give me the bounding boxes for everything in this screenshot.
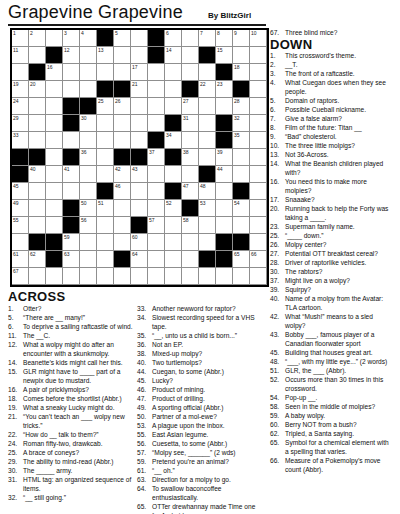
grid-cell-r10c7[interactable]: 46 bbox=[114, 183, 131, 200]
grid-cell-r5c4 bbox=[63, 98, 80, 115]
clue: 62.Tripled, a Santa saying. bbox=[270, 429, 394, 438]
grid-cell-r15c1[interactable]: 67 bbox=[12, 268, 29, 285]
grid-cell-r11c10[interactable]: 52 bbox=[165, 200, 182, 217]
grid-cell-r4c8[interactable]: 21 bbox=[131, 81, 148, 98]
clue-text: “____ down.” bbox=[285, 231, 394, 240]
grid-cell-r1c3[interactable] bbox=[46, 30, 63, 47]
clue-number: 5. bbox=[8, 313, 23, 322]
grid-cell-r15c3[interactable] bbox=[46, 268, 63, 285]
grid-cell-r15c11[interactable] bbox=[182, 268, 199, 285]
grid-cell-r4c12[interactable]: 22 bbox=[199, 81, 216, 98]
grid-cell-r4c7 bbox=[114, 81, 131, 98]
grid-cell-r14c4[interactable]: 63 bbox=[63, 251, 80, 268]
grid-cell-r1c8[interactable] bbox=[131, 30, 148, 47]
grid-cell-r7c14[interactable]: 35 bbox=[233, 132, 250, 149]
grid-cell-r8c11[interactable]: 38 bbox=[182, 149, 199, 166]
grid-cell-r14c3 bbox=[46, 251, 63, 268]
grid-cell-r3c3[interactable]: 16 bbox=[46, 64, 63, 81]
clue-text: Tripled, a Santa saying. bbox=[285, 429, 394, 438]
grid-cell-r3c1[interactable] bbox=[12, 64, 29, 81]
grid-cell-r4c10[interactable] bbox=[165, 81, 182, 98]
grid-cell-r14c2[interactable]: 62 bbox=[29, 251, 46, 268]
clue-number: 17. bbox=[270, 195, 285, 204]
clue-number: 10. bbox=[270, 141, 285, 150]
clue-text: Domain of raptors. bbox=[285, 96, 394, 105]
grid-cell-r10c2[interactable] bbox=[29, 183, 46, 200]
grid-cell-r10c3[interactable] bbox=[46, 183, 63, 200]
grid-cell-r5c8[interactable] bbox=[131, 98, 148, 115]
grid-cell-r7c1[interactable]: 33 bbox=[12, 132, 29, 149]
grid-cell-r5c3[interactable] bbox=[46, 98, 63, 115]
clue-text: Building that houses great art. bbox=[285, 348, 394, 357]
grid-cell-r7c3[interactable] bbox=[46, 132, 63, 149]
grid-cell-r2c11[interactable] bbox=[182, 47, 199, 64]
clue-text: Squirpy? bbox=[285, 285, 394, 294]
clue-number: 2. bbox=[270, 60, 285, 69]
clue: 33.Another newword for raptor? bbox=[137, 304, 262, 313]
clue: 20.Running back to help the Forty was ta… bbox=[270, 204, 394, 222]
clue-text: A brace of coneys? bbox=[23, 448, 136, 457]
clue: 27.Potential OTT breakfast cereal? bbox=[270, 249, 394, 258]
grid-cell-r13c1[interactable] bbox=[12, 234, 29, 251]
grid-cell-r7c7[interactable] bbox=[114, 132, 131, 149]
clue: 55.East Asian legume. bbox=[137, 430, 262, 439]
grid-cell-r1c5[interactable]: 4 bbox=[80, 30, 97, 47]
grid-cell-r5c1[interactable]: 24 bbox=[12, 98, 29, 115]
clue-text: A baby wolpy. bbox=[285, 411, 394, 420]
grid-cell-r9c10[interactable] bbox=[165, 166, 182, 183]
grid-cell-r12c11[interactable]: 58 bbox=[182, 217, 199, 234]
clue-number: 35. bbox=[137, 331, 152, 340]
cell-number: 52 bbox=[166, 200, 172, 206]
grid-cell-r2c1[interactable]: 11 bbox=[12, 47, 29, 64]
grid-cell-r9c7[interactable]: 42 bbox=[114, 166, 131, 183]
grid-cell-r3c11[interactable] bbox=[182, 64, 199, 81]
grid-cell-r11c12[interactable]: 53 bbox=[199, 200, 216, 217]
grid-cell-r5c6[interactable]: 25 bbox=[97, 98, 114, 115]
grid-cell-r5c7[interactable]: 26 bbox=[114, 98, 131, 115]
grid-cell-r10c11[interactable]: 47 bbox=[182, 183, 199, 200]
grid-cell-r7c5[interactable] bbox=[80, 132, 97, 149]
cell-number: 9 bbox=[234, 30, 237, 36]
grid-cell-r15c10[interactable] bbox=[165, 268, 182, 285]
clue-text: Beanette’s kids might call her this. bbox=[23, 358, 136, 367]
grid-cell-r7c6[interactable] bbox=[97, 132, 114, 149]
grid-cell-r12c3[interactable] bbox=[46, 217, 63, 234]
grid-cell-r15c13[interactable] bbox=[216, 268, 233, 285]
clue-number: 52. bbox=[270, 375, 285, 393]
clue: 4.What Cuegan does when they see people. bbox=[270, 78, 394, 96]
clue: 57.“Molpy see, ______” (2 wds) bbox=[137, 448, 262, 457]
grid-cell-r13c3 bbox=[46, 234, 63, 251]
grid-cell-r11c9[interactable] bbox=[148, 200, 165, 217]
clue-number: 14. bbox=[8, 358, 23, 367]
grid-cell-r10c6 bbox=[97, 183, 114, 200]
cell-number: 15 bbox=[217, 47, 223, 53]
clue-number: 34. bbox=[137, 313, 152, 331]
grid-cell-r1c11[interactable] bbox=[182, 30, 199, 47]
grid-cell-r6c6[interactable] bbox=[97, 115, 114, 132]
grid-cell-r11c8[interactable] bbox=[131, 200, 148, 217]
grid-cell-r11c1[interactable]: 49 bbox=[12, 200, 29, 217]
grid-cell-r6c2[interactable] bbox=[29, 115, 46, 132]
clue-number: 29. bbox=[8, 457, 23, 466]
grid-cell-r10c5[interactable] bbox=[80, 183, 97, 200]
cell-number: 47 bbox=[183, 183, 189, 189]
grid-cell-r11c3[interactable] bbox=[46, 200, 63, 217]
cell-number: 55 bbox=[13, 217, 19, 223]
clue-number: 46. bbox=[137, 385, 152, 394]
grid-cell-r14c9[interactable] bbox=[148, 251, 165, 268]
cell-number: 22 bbox=[200, 81, 206, 87]
grid-cell-r2c8[interactable] bbox=[131, 47, 148, 64]
grid-cell-r9c9[interactable] bbox=[148, 166, 165, 183]
clue-number: 40. bbox=[270, 294, 285, 312]
cell-number: 64 bbox=[132, 251, 138, 257]
cell-number: 26 bbox=[115, 98, 121, 104]
grid-cell-r9c8[interactable]: 43 bbox=[131, 166, 148, 183]
grid-cell-r15c7[interactable] bbox=[114, 268, 131, 285]
grid-cell-r13c5[interactable] bbox=[80, 234, 97, 251]
grid-cell-r10c15[interactable] bbox=[250, 183, 267, 200]
clue: 37.Might live on a wolpy? bbox=[270, 276, 394, 285]
cell-number: 65 bbox=[234, 251, 240, 257]
crossword-grid: 1234567891011121314151617181920212223242… bbox=[10, 28, 269, 287]
clue-text: This crossword’s theme. bbox=[285, 51, 394, 60]
grid-cell-r10c4[interactable] bbox=[63, 183, 80, 200]
grid-cell-r6c9[interactable] bbox=[148, 115, 165, 132]
grid-cell-r4c13[interactable]: 23 bbox=[216, 81, 233, 98]
grid-cell-r3c9[interactable] bbox=[148, 64, 165, 81]
grid-cell-r4c2[interactable]: 20 bbox=[29, 81, 46, 98]
grid-cell-r12c10[interactable] bbox=[165, 217, 182, 234]
down-clues-column: 67.Three blind mice? DOWN 1.This crosswo… bbox=[270, 28, 394, 474]
grid-cell-r13c6[interactable] bbox=[97, 234, 114, 251]
grid-cell-r15c9[interactable] bbox=[148, 268, 165, 285]
grid-cell-r13c10[interactable] bbox=[165, 234, 182, 251]
down-clues-list: 1.This crossword’s theme.2.__T.3.The fro… bbox=[270, 51, 394, 474]
clue-number: 55. bbox=[137, 430, 152, 439]
grid-cell-r10c8[interactable] bbox=[131, 183, 148, 200]
grid-cell-r6c14[interactable]: 32 bbox=[233, 115, 250, 132]
clue-text: Occurs more than 30 times in this crossw… bbox=[285, 375, 394, 393]
clue-number: 48. bbox=[270, 357, 285, 366]
grid-cell-r13c2 bbox=[29, 234, 46, 251]
grid-cell-r1c4[interactable]: 3 bbox=[63, 30, 80, 47]
grid-cell-r8c3[interactable] bbox=[46, 149, 63, 166]
clue-text: The three little molpigs? bbox=[285, 141, 394, 150]
grid-cell-r4c4[interactable] bbox=[63, 81, 80, 98]
clue-text: Lucky? bbox=[152, 376, 262, 385]
grid-cell-r4c9[interactable] bbox=[148, 81, 165, 98]
clue-number: 60. bbox=[270, 420, 285, 429]
grid-cell-r13c15[interactable] bbox=[250, 234, 267, 251]
cell-number: 51 bbox=[98, 200, 104, 206]
cell-number: 33 bbox=[13, 132, 19, 138]
clue-number: 53. bbox=[137, 421, 152, 430]
grid-cell-r1c1[interactable]: 1 bbox=[12, 30, 29, 47]
grid-cell-r1c13[interactable]: 8 bbox=[216, 30, 233, 47]
grid-cell-r3c7[interactable] bbox=[114, 64, 131, 81]
grid-cell-r5c14[interactable]: 28 bbox=[233, 98, 250, 115]
grid-cell-r6c12[interactable] bbox=[199, 115, 216, 132]
clue-text: “__ oh.” bbox=[152, 466, 262, 475]
clue-text: Pretend you’re an animal? bbox=[152, 457, 262, 466]
grid-cell-r7c12[interactable] bbox=[199, 132, 216, 149]
grid-cell-r5c12[interactable] bbox=[199, 98, 216, 115]
grid-cell-r2c13[interactable]: 15 bbox=[216, 47, 233, 64]
clue-text: __T. bbox=[285, 60, 394, 69]
grid-cell-r12c12[interactable] bbox=[199, 217, 216, 234]
clue: 19.What a sneaky Lucky might do. bbox=[8, 403, 136, 412]
grid-cell-r7c15[interactable] bbox=[250, 132, 267, 149]
grid-cell-r11c6[interactable]: 51 bbox=[97, 200, 114, 217]
grid-cell-r11c7[interactable] bbox=[114, 200, 131, 217]
grid-cell-r14c5[interactable] bbox=[80, 251, 97, 268]
clue: 26.Molpy center? bbox=[270, 240, 394, 249]
grid-cell-r14c13 bbox=[216, 251, 233, 268]
grid-cell-r2c2[interactable] bbox=[29, 47, 46, 64]
clue-number: 21. bbox=[8, 412, 23, 430]
cell-number: 12 bbox=[64, 47, 70, 53]
grid-cell-r8c5[interactable]: 36 bbox=[80, 149, 97, 166]
grid-cell-r15c15[interactable] bbox=[250, 268, 267, 285]
grid-cell-r13c7[interactable] bbox=[114, 234, 131, 251]
clue-text: The front of a raftcastle. bbox=[285, 69, 394, 78]
grid-cell-r6c11[interactable]: 31 bbox=[182, 115, 199, 132]
grid-cell-r11c13[interactable] bbox=[216, 200, 233, 217]
grid-cell-r15c2[interactable] bbox=[29, 268, 46, 285]
grid-cell-r8c10 bbox=[165, 149, 182, 166]
grid-cell-r15c8[interactable] bbox=[131, 268, 148, 285]
grid-cell-r11c2[interactable] bbox=[29, 200, 46, 217]
grid-cell-r9c11[interactable] bbox=[182, 166, 199, 183]
grid-cell-r12c1[interactable]: 55 bbox=[12, 217, 29, 234]
grid-cell-r5c9[interactable] bbox=[148, 98, 165, 115]
clue: 65.OTTer drewhannay made Time one for An… bbox=[137, 502, 262, 514]
grid-cell-r15c5[interactable] bbox=[80, 268, 97, 285]
grid-cell-r1c10[interactable]: 6 bbox=[165, 30, 182, 47]
cell-number: 11 bbox=[13, 47, 18, 53]
grid-cell-r5c10[interactable] bbox=[165, 98, 182, 115]
grid-cell-r9c5[interactable] bbox=[80, 166, 97, 183]
clue-number: 32. bbox=[8, 493, 23, 502]
clue-text: Film of the future: Titan __ bbox=[285, 123, 394, 132]
clue-text: The _____ army. bbox=[23, 466, 136, 475]
grid-cell-r1c14[interactable]: 9 bbox=[233, 30, 250, 47]
clue-text: The rabtors? bbox=[285, 267, 394, 276]
clue-number: 1. bbox=[270, 51, 285, 60]
grid-cell-r13c4[interactable]: 59 bbox=[63, 234, 80, 251]
grid-cell-r4c6 bbox=[97, 81, 114, 98]
grid-cell-r2c12 bbox=[199, 47, 216, 64]
clue: 65.Symbol for a chemical element with a … bbox=[270, 438, 394, 456]
cell-number: 10 bbox=[251, 30, 257, 36]
grid-cell-r10c9[interactable] bbox=[148, 183, 165, 200]
grid-cell-r14c15[interactable]: 66 bbox=[250, 251, 267, 268]
cell-number: 62 bbox=[30, 251, 36, 257]
cell-number: 66 bbox=[251, 251, 257, 257]
grid-cell-r14c10[interactable] bbox=[165, 251, 182, 268]
grid-cell-r4c14 bbox=[233, 81, 250, 98]
grid-cell-r1c7[interactable]: 5 bbox=[114, 30, 131, 47]
grid-cell-r8c13[interactable]: 39 bbox=[216, 149, 233, 166]
grid-cell-r14c14[interactable]: 65 bbox=[233, 251, 250, 268]
cell-number: 20 bbox=[30, 81, 36, 87]
grid-cell-r10c12[interactable]: 48 bbox=[199, 183, 216, 200]
grid-cell-r1c2[interactable]: 2 bbox=[29, 30, 46, 47]
grid-cell-r3c4[interactable] bbox=[63, 64, 80, 81]
grid-cell-r3c6[interactable] bbox=[97, 64, 114, 81]
grid-cell-r6c5[interactable]: 30 bbox=[80, 115, 97, 132]
clue-text: To deprive a sailing raftcastle of wind. bbox=[23, 322, 136, 331]
clue: 40.Two turtlemolps? bbox=[137, 358, 262, 367]
grid-cell-r11c11 bbox=[182, 200, 199, 217]
clue-text: Product of mining. bbox=[152, 385, 262, 394]
cell-number: 31 bbox=[183, 115, 189, 121]
grid-cell-r7c8[interactable] bbox=[131, 132, 148, 149]
grid-cell-r13c11[interactable] bbox=[182, 234, 199, 251]
grid-cell-r12c5[interactable]: 56 bbox=[80, 217, 97, 234]
clue-number: 42. bbox=[270, 312, 285, 330]
grid-cell-r6c15[interactable] bbox=[250, 115, 267, 132]
grid-cell-r3c10[interactable] bbox=[165, 64, 182, 81]
grid-cell-r10c1[interactable]: 45 bbox=[12, 183, 29, 200]
grid-cell-r11c5[interactable]: 50 bbox=[80, 200, 97, 217]
grid-cell-r4c1[interactable]: 19 bbox=[12, 81, 29, 98]
grid-cell-r12c13[interactable] bbox=[216, 217, 233, 234]
grid-cell-r5c13[interactable] bbox=[216, 98, 233, 115]
cell-number: 21 bbox=[132, 81, 138, 87]
grid-cell-r15c12[interactable] bbox=[199, 268, 216, 285]
grid-cell-r8c12[interactable] bbox=[199, 149, 216, 166]
grid-cell-r11c15[interactable] bbox=[250, 200, 267, 217]
grid-cell-r2c7[interactable] bbox=[114, 47, 131, 64]
grid-cell-r13c8[interactable]: 60 bbox=[131, 234, 148, 251]
grid-cell-r13c12[interactable] bbox=[199, 234, 216, 251]
grid-cell-r15c6[interactable] bbox=[97, 268, 114, 285]
grid-cell-r7c9 bbox=[148, 132, 165, 149]
grid-cell-r3c12[interactable] bbox=[199, 64, 216, 81]
clue-text: Product of drilling. bbox=[152, 394, 262, 403]
grid-cell-r5c11[interactable]: 27 bbox=[182, 98, 199, 115]
clue-text: Comes before the shortlist (Abbr.) bbox=[23, 394, 136, 403]
cell-number: 7 bbox=[200, 30, 203, 36]
clue: 43.Bobby ___, famous player of a Canadia… bbox=[270, 330, 394, 348]
clue: 51.GLR, the ___ (Abbr). bbox=[270, 366, 394, 375]
grid-cell-r13c14 bbox=[233, 234, 250, 251]
grid-cell-r12c6[interactable] bbox=[97, 217, 114, 234]
grid-cell-r13c9[interactable] bbox=[148, 234, 165, 251]
clue-text: Three blind mice? bbox=[285, 28, 394, 37]
grid-cell-r14c1[interactable]: 61 bbox=[12, 251, 29, 268]
grid-cell-r9c4[interactable]: 41 bbox=[63, 166, 80, 183]
grid-cell-r2c15[interactable] bbox=[250, 47, 267, 64]
grid-cell-r9c6[interactable] bbox=[97, 166, 114, 183]
grid-cell-r12c14[interactable] bbox=[233, 217, 250, 234]
clue-number: 61. bbox=[137, 466, 152, 475]
grid-cell-r15c4[interactable] bbox=[63, 268, 80, 285]
clue: 31.HTML tag: an organized sequence of it… bbox=[8, 475, 136, 493]
grid-cell-r4c15[interactable] bbox=[250, 81, 267, 98]
grid-cell-r7c2[interactable] bbox=[29, 132, 46, 149]
grid-cell-r12c7[interactable] bbox=[114, 217, 131, 234]
clue-text: You need this to make more molpies? bbox=[285, 177, 394, 195]
grid-cell-r5c15[interactable] bbox=[250, 98, 267, 115]
grid-cell-r8c14[interactable] bbox=[233, 149, 250, 166]
grid-cell-r14c11[interactable] bbox=[182, 251, 199, 268]
grid-cell-r1c12[interactable]: 7 bbox=[199, 30, 216, 47]
grid-cell-r9c3[interactable] bbox=[46, 166, 63, 183]
grid-cell-r1c15[interactable]: 10 bbox=[250, 30, 267, 47]
clue-text: East Asian legume. bbox=[152, 430, 262, 439]
grid-cell-r9c2[interactable]: 40 bbox=[29, 166, 46, 183]
grid-cell-r8c9[interactable]: 37 bbox=[148, 149, 165, 166]
grid-cell-r8c15[interactable] bbox=[250, 149, 267, 166]
grid-cell-r9c13[interactable]: 44 bbox=[216, 166, 233, 183]
grid-cell-r2c6[interactable]: 13 bbox=[97, 47, 114, 64]
clue-text: “Molpy see, ______” (2 wds) bbox=[152, 448, 262, 457]
grid-cell-r7c10[interactable]: 34 bbox=[165, 132, 182, 149]
grid-cell-r6c7[interactable] bbox=[114, 115, 131, 132]
grid-cell-r6c3[interactable] bbox=[46, 115, 63, 132]
grid-cell-r3c5[interactable] bbox=[80, 64, 97, 81]
grid-cell-r12c15[interactable] bbox=[250, 217, 267, 234]
clue: 53.A plague upon the inbox. bbox=[137, 421, 262, 430]
clue-text: HTML tag: an organized sequence of items… bbox=[23, 475, 136, 493]
cell-number: 42 bbox=[115, 166, 121, 172]
grid-cell-r9c14[interactable] bbox=[233, 166, 250, 183]
cell-number: 49 bbox=[13, 200, 19, 206]
clue: 29.The ability to mind-read (Abbr.) bbox=[8, 457, 136, 466]
grid-cell-r6c1[interactable]: 29 bbox=[12, 115, 29, 132]
clue-text: Not 36-Across. bbox=[285, 150, 394, 159]
grid-cell-r2c4[interactable]: 12 bbox=[63, 47, 80, 64]
grid-cell-r11c14[interactable]: 54 bbox=[233, 200, 250, 217]
grid-cell-r3c8[interactable]: 17 bbox=[131, 64, 148, 81]
grid-cell-r4c3[interactable] bbox=[46, 81, 63, 98]
clue-text: Pop-up __. bbox=[285, 393, 394, 402]
grid-cell-r6c8[interactable] bbox=[131, 115, 148, 132]
grid-cell-r2c10[interactable]: 14 bbox=[165, 47, 182, 64]
grid-cell-r15c14[interactable] bbox=[233, 268, 250, 285]
grid-cell-r3c15[interactable] bbox=[250, 64, 267, 81]
grid-cell-r14c8[interactable]: 64 bbox=[131, 251, 148, 268]
byline: By BlitzGirl bbox=[208, 11, 251, 20]
clue-text: Slowest recording speed for a VHS tape. bbox=[152, 313, 262, 331]
clue-text: OTTer drewhannay made Time one for Andro… bbox=[152, 502, 262, 514]
clue: 25.A brace of coneys? bbox=[8, 448, 136, 457]
grid-cell-r7c4[interactable] bbox=[63, 132, 80, 149]
clue: 47.Product of drilling. bbox=[137, 394, 262, 403]
grid-cell-r13c13 bbox=[216, 234, 233, 251]
grid-cell-r5c2[interactable] bbox=[29, 98, 46, 115]
grid-cell-r12c2[interactable] bbox=[29, 217, 46, 234]
grid-cell-r2c14[interactable] bbox=[233, 47, 250, 64]
grid-cell-r7c11[interactable] bbox=[182, 132, 199, 149]
clue-number: 67. bbox=[270, 28, 285, 37]
grid-cell-r10c13[interactable] bbox=[216, 183, 233, 200]
grid-cell-r12c9[interactable]: 57 bbox=[148, 217, 165, 234]
grid-cell-r2c5[interactable] bbox=[80, 47, 97, 64]
grid-cell-r9c15[interactable] bbox=[250, 166, 267, 183]
grid-cell-r3c14[interactable]: 18 bbox=[233, 64, 250, 81]
clue: 2.__T. bbox=[270, 60, 394, 69]
grid-cell-r8c6[interactable] bbox=[97, 149, 114, 166]
grid-cell-r14c6[interactable] bbox=[97, 251, 114, 268]
grid-cell-r4c5[interactable] bbox=[80, 81, 97, 98]
clue: 17.Snaaake? bbox=[270, 195, 394, 204]
